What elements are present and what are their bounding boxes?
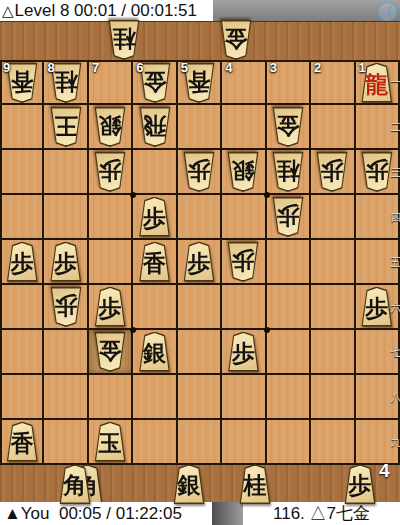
opponent-name: Level 8 <box>15 1 70 21</box>
piece-kanji: 銀 <box>226 159 260 182</box>
shogi-piece-歩-sente[interactable]: 歩 <box>182 242 216 282</box>
square-8九[interactable] <box>44 420 88 465</box>
square-6八[interactable] <box>133 375 177 420</box>
player-clock: 00:05 / 01:22:05 <box>50 504 182 524</box>
square-4九[interactable] <box>222 420 266 465</box>
file-label-7: 7 <box>92 60 99 75</box>
piece-kanji: 金 <box>93 339 127 362</box>
square-8八[interactable] <box>44 375 88 420</box>
piece-kanji: 歩 <box>49 294 83 317</box>
hand-piece-銀-sente[interactable]: 銀 <box>172 464 206 502</box>
shogi-piece-玉-sente[interactable]: 玉 <box>93 422 127 462</box>
square-9六[interactable] <box>0 285 44 330</box>
piece-kanji: 飛 <box>138 114 172 137</box>
piece-kanji: 歩 <box>5 251 39 274</box>
star-point <box>264 327 270 333</box>
square-9三[interactable] <box>0 150 44 195</box>
piece-kanji: 龍 <box>360 72 394 95</box>
shogi-piece-王-gote[interactable]: 王 <box>49 107 83 147</box>
square-6二[interactable]: 飛 <box>133 105 177 150</box>
square-8七[interactable] <box>44 330 88 375</box>
shogi-piece-歩-gote[interactable]: 歩 <box>315 152 349 192</box>
square-8六[interactable]: 歩 <box>44 285 88 330</box>
shogi-piece-歩-gote[interactable]: 歩 <box>93 152 127 192</box>
shogi-piece-金-gote[interactable]: 金 <box>93 332 127 372</box>
square-9八[interactable] <box>0 375 44 420</box>
shogi-piece-歩-sente[interactable]: 歩 <box>226 332 260 372</box>
rank-label-四: 四 <box>390 210 400 225</box>
square-5五[interactable]: 歩 <box>178 240 222 285</box>
piece-kanji: 桂 <box>271 159 305 182</box>
square-7五[interactable] <box>89 240 133 285</box>
rank-label-八: 八 <box>390 390 400 405</box>
piece-kanji: 歩 <box>93 159 127 182</box>
rank-label-二: 二 <box>390 120 400 135</box>
square-7七[interactable]: 金 <box>89 330 133 375</box>
square-9九[interactable]: 香 <box>0 420 44 465</box>
square-8四[interactable] <box>44 195 88 240</box>
shogi-piece-桂-sente[interactable]: 桂 <box>238 464 272 504</box>
square-5三[interactable]: 歩 <box>178 150 222 195</box>
square-3五[interactable] <box>267 240 311 285</box>
square-9五[interactable]: 歩 <box>0 240 44 285</box>
square-9四[interactable] <box>0 195 44 240</box>
shogi-piece-香-gote[interactable]: 香 <box>5 63 39 103</box>
piece-kanji: 歩 <box>343 473 377 496</box>
star-point <box>130 192 136 198</box>
square-3六[interactable] <box>267 285 311 330</box>
square-2八[interactable] <box>311 375 355 420</box>
piece-kanji: 桂 <box>107 28 141 51</box>
square-4五[interactable]: 歩 <box>222 240 266 285</box>
square-9七[interactable] <box>0 330 44 375</box>
piece-kanji: 歩 <box>226 249 260 272</box>
piece-kanji: 王 <box>49 114 83 137</box>
file-label-8: 8 <box>47 60 54 75</box>
shogi-piece-金-gote[interactable]: 金 <box>271 107 305 147</box>
file-label-3: 3 <box>270 60 277 75</box>
rank-label-六: 六 <box>390 300 400 315</box>
square-7九[interactable]: 玉 <box>89 420 133 465</box>
shogi-piece-歩-gote[interactable]: 歩 <box>360 152 394 192</box>
star-point <box>130 327 136 333</box>
square-7六[interactable]: 歩 <box>89 285 133 330</box>
square-5七[interactable] <box>178 330 222 375</box>
square-3八[interactable] <box>267 375 311 420</box>
rank-label-五: 五 <box>390 255 400 270</box>
piece-kanji: 歩 <box>360 296 394 319</box>
file-label-9: 9 <box>3 60 10 75</box>
file-label-4: 4 <box>225 60 232 75</box>
shogi-piece-銀-gote[interactable]: 銀 <box>93 107 127 147</box>
piece-kanji: 香 <box>5 431 39 454</box>
square-7二[interactable]: 銀 <box>89 105 133 150</box>
sente-marker-icon: ▲ <box>4 504 21 524</box>
square-2四[interactable] <box>311 195 355 240</box>
square-4四[interactable] <box>222 195 266 240</box>
shogi-board: 香桂金香龍王銀飛金歩歩銀桂歩歩歩歩歩歩香歩歩歩歩歩金銀歩香玉 987654321… <box>0 60 400 465</box>
piece-kanji: 金 <box>219 28 253 51</box>
shogi-piece-歩-gote[interactable]: 歩 <box>182 152 216 192</box>
player-status: ▲You 00:05 / 01:22:05 <box>4 502 182 525</box>
piece-kanji: 歩 <box>360 159 394 182</box>
hand-piece-count: 4 <box>379 460 390 482</box>
square-2三[interactable]: 歩 <box>311 150 355 195</box>
square-3四[interactable]: 歩 <box>267 195 311 240</box>
gote-marker-icon: △ <box>2 2 14 20</box>
piece-kanji: 歩 <box>226 341 260 364</box>
piece-kanji: 香 <box>138 251 172 274</box>
square-6七[interactable]: 銀 <box>133 330 177 375</box>
header-bar: △Level 8 00:01 / 00:01:51 i <box>0 0 400 22</box>
piece-kanji: 歩 <box>138 206 172 229</box>
file-label-2: 2 <box>314 60 321 75</box>
shogi-piece-銀-sente[interactable]: 銀 <box>138 332 172 372</box>
star-point <box>264 192 270 198</box>
square-2五[interactable] <box>311 240 355 285</box>
shogi-piece-歩-sente[interactable]: 歩 <box>360 287 394 327</box>
board-grid: 香桂金香龍王銀飛金歩歩銀桂歩歩歩歩歩歩香歩歩歩歩歩金銀歩香玉 <box>0 60 400 465</box>
piece-kanji: 銀 <box>93 114 127 137</box>
square-4八[interactable] <box>222 375 266 420</box>
shogi-piece-桂-gote[interactable]: 桂 <box>271 152 305 192</box>
hand-piece-桂-gote[interactable]: 桂 <box>107 20 141 58</box>
rank-label-一: 一 <box>390 75 400 90</box>
hand-piece-角-sente[interactable]: 角角 <box>58 464 92 502</box>
hand-piece-金-gote[interactable]: 金 <box>219 20 253 58</box>
square-5八[interactable] <box>178 375 222 420</box>
square-3九[interactable] <box>267 420 311 465</box>
hand-piece-歩-sente[interactable]: 歩4 <box>343 464 377 502</box>
rank-label-九: 九 <box>390 435 400 450</box>
shogi-piece-歩-sente[interactable]: 歩 <box>343 464 377 504</box>
piece-kanji: 歩 <box>182 159 216 182</box>
shogi-piece-歩-gote[interactable]: 歩 <box>49 287 83 327</box>
square-2二[interactable] <box>311 105 355 150</box>
opponent-clock: 00:01 / 00:01:51 <box>69 1 197 21</box>
square-6四[interactable]: 歩 <box>133 195 177 240</box>
square-4六[interactable] <box>222 285 266 330</box>
piece-kanji: 金 <box>271 114 305 137</box>
shogi-piece-歩-sente[interactable]: 歩 <box>5 242 39 282</box>
square-7三[interactable]: 歩 <box>89 150 133 195</box>
move-counter: 116. △7七金 <box>273 502 370 525</box>
piece-kanji: 玉 <box>93 431 127 454</box>
square-6五[interactable]: 香 <box>133 240 177 285</box>
square-3二[interactable]: 金 <box>267 105 311 150</box>
square-5二[interactable] <box>178 105 222 150</box>
piece-kanji: 銀 <box>172 473 206 496</box>
shogi-piece-角-sente[interactable]: 角 <box>58 464 92 504</box>
shogi-piece-歩-gote[interactable]: 歩 <box>226 242 260 282</box>
piece-kanji: 歩 <box>182 251 216 274</box>
square-2七[interactable] <box>311 330 355 375</box>
file-label-5: 5 <box>181 60 188 75</box>
piece-kanji: 角 <box>58 473 92 496</box>
square-5九[interactable] <box>178 420 222 465</box>
rank-label-三: 三 <box>390 165 400 180</box>
square-9二[interactable] <box>0 105 44 150</box>
shogi-piece-歩-sente[interactable]: 歩 <box>93 287 127 327</box>
piece-kanji: 香 <box>5 70 39 93</box>
square-8五[interactable]: 歩 <box>44 240 88 285</box>
shogi-piece-桂-gote[interactable]: 桂 <box>107 20 141 60</box>
rank-label-七: 七 <box>390 345 400 360</box>
piece-kanji: 歩 <box>93 296 127 319</box>
hand-piece-桂-sente[interactable]: 桂 <box>238 464 272 502</box>
square-6六[interactable] <box>133 285 177 330</box>
shogi-piece-歩-sente[interactable]: 歩 <box>49 242 83 282</box>
square-5四[interactable] <box>178 195 222 240</box>
square-8三[interactable] <box>44 150 88 195</box>
sente-hand-tray: 角角銀桂歩4 <box>0 464 400 502</box>
player-name: You <box>21 504 50 524</box>
shogi-piece-銀-sente[interactable]: 銀 <box>172 464 206 504</box>
square-6九[interactable] <box>133 420 177 465</box>
file-label-6: 6 <box>136 60 143 75</box>
info-icon[interactable]: i <box>378 2 397 21</box>
piece-kanji: 銀 <box>138 341 172 364</box>
shogi-piece-金-gote[interactable]: 金 <box>219 20 253 60</box>
shogi-piece-飛-gote[interactable]: 飛 <box>138 107 172 147</box>
piece-kanji: 桂 <box>238 473 272 496</box>
square-4七[interactable]: 歩 <box>222 330 266 375</box>
piece-kanji: 歩 <box>315 159 349 182</box>
footer-divider <box>212 502 243 525</box>
shogi-piece-歩-gote[interactable]: 歩 <box>271 197 305 237</box>
square-7八[interactable] <box>89 375 133 420</box>
footer-bar: ▲You 00:05 / 01:22:05 116. △7七金 <box>0 502 400 525</box>
opponent-status: △Level 8 00:01 / 00:01:51 <box>2 0 197 21</box>
shogi-piece-香-sente[interactable]: 香 <box>5 422 39 462</box>
piece-kanji: 歩 <box>271 204 305 227</box>
shogi-piece-銀-gote[interactable]: 銀 <box>226 152 260 192</box>
square-8二[interactable]: 王 <box>44 105 88 150</box>
piece-kanji: 歩 <box>49 251 83 274</box>
square-3三[interactable]: 桂 <box>267 150 311 195</box>
square-4三[interactable]: 銀 <box>222 150 266 195</box>
square-4二[interactable] <box>222 105 266 150</box>
shogi-piece-歩-sente[interactable]: 歩 <box>138 197 172 237</box>
square-7四[interactable] <box>89 195 133 240</box>
gote-hand-tray: 桂金 <box>0 22 400 60</box>
square-2六[interactable] <box>311 285 355 330</box>
shogi-piece-香-sente[interactable]: 香 <box>138 242 172 282</box>
square-6三[interactable] <box>133 150 177 195</box>
square-5六[interactable] <box>178 285 222 330</box>
file-label-1: 1 <box>359 60 366 75</box>
square-2九[interactable] <box>311 420 355 465</box>
square-3七[interactable] <box>267 330 311 375</box>
